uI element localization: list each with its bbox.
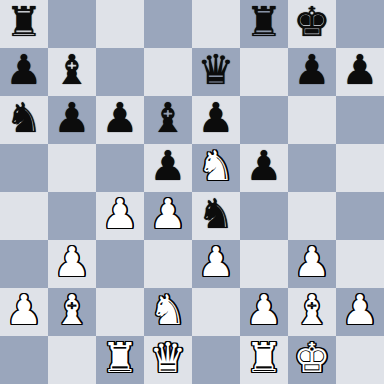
square-e3[interactable]: ♟ (192, 240, 240, 288)
piece-black-pawn: ♟ (246, 142, 283, 190)
piece-white-pawn: ♟ (198, 238, 235, 286)
square-e7[interactable]: ♛ (192, 48, 240, 96)
square-a2[interactable]: ♟ (0, 288, 48, 336)
square-g4[interactable] (288, 192, 336, 240)
square-f6[interactable] (240, 96, 288, 144)
piece-black-pawn: ♟ (198, 94, 235, 142)
square-d2[interactable]: ♞ (144, 288, 192, 336)
square-c4[interactable]: ♟ (96, 192, 144, 240)
piece-white-pawn: ♟ (150, 190, 187, 238)
square-g5[interactable] (288, 144, 336, 192)
piece-black-queen: ♛ (198, 46, 235, 94)
piece-black-rook: ♜ (246, 0, 283, 46)
piece-white-pawn: ♟ (294, 238, 331, 286)
square-e4[interactable]: ♞ (192, 192, 240, 240)
square-c1[interactable]: ♜ (96, 336, 144, 384)
chess-board: ♜♜♚♟♝♛♟♟♞♟♟♝♟♟♞♟♟♟♞♟♟♟♟♝♞♟♝♟♜♛♜♚ (0, 0, 384, 384)
square-e5[interactable]: ♞ (192, 144, 240, 192)
piece-black-rook: ♜ (6, 0, 43, 46)
square-f7[interactable] (240, 48, 288, 96)
square-c6[interactable]: ♟ (96, 96, 144, 144)
square-f2[interactable]: ♟ (240, 288, 288, 336)
square-a5[interactable] (0, 144, 48, 192)
square-h5[interactable] (336, 144, 384, 192)
square-g3[interactable]: ♟ (288, 240, 336, 288)
square-b6[interactable]: ♟ (48, 96, 96, 144)
square-c8[interactable] (96, 0, 144, 48)
piece-black-pawn: ♟ (6, 46, 43, 94)
piece-black-pawn: ♟ (342, 46, 379, 94)
piece-black-knight: ♞ (198, 190, 235, 238)
square-e8[interactable] (192, 0, 240, 48)
piece-white-pawn: ♟ (54, 238, 91, 286)
square-f3[interactable] (240, 240, 288, 288)
square-h4[interactable] (336, 192, 384, 240)
piece-white-queen: ♛ (150, 334, 187, 382)
piece-white-pawn: ♟ (102, 190, 139, 238)
square-d4[interactable]: ♟ (144, 192, 192, 240)
square-d7[interactable] (144, 48, 192, 96)
square-f1[interactable]: ♜ (240, 336, 288, 384)
piece-white-pawn: ♟ (6, 286, 43, 334)
piece-white-rook: ♜ (246, 334, 283, 382)
square-d1[interactable]: ♛ (144, 336, 192, 384)
square-b3[interactable]: ♟ (48, 240, 96, 288)
square-g2[interactable]: ♝ (288, 288, 336, 336)
square-g6[interactable] (288, 96, 336, 144)
piece-white-pawn: ♟ (342, 286, 379, 334)
square-b4[interactable] (48, 192, 96, 240)
piece-white-knight: ♞ (150, 286, 187, 334)
square-c3[interactable] (96, 240, 144, 288)
square-e6[interactable]: ♟ (192, 96, 240, 144)
piece-black-pawn: ♟ (102, 94, 139, 142)
piece-white-king: ♚ (294, 334, 331, 382)
piece-white-bishop: ♝ (294, 286, 331, 334)
square-b2[interactable]: ♝ (48, 288, 96, 336)
square-a3[interactable] (0, 240, 48, 288)
square-c7[interactable] (96, 48, 144, 96)
square-d6[interactable]: ♝ (144, 96, 192, 144)
square-d8[interactable] (144, 0, 192, 48)
square-h7[interactable]: ♟ (336, 48, 384, 96)
square-d3[interactable] (144, 240, 192, 288)
square-a1[interactable] (0, 336, 48, 384)
square-h1[interactable] (336, 336, 384, 384)
piece-white-rook: ♜ (102, 334, 139, 382)
piece-black-king: ♚ (294, 0, 331, 46)
square-a4[interactable] (0, 192, 48, 240)
square-h6[interactable] (336, 96, 384, 144)
piece-white-knight: ♞ (198, 142, 235, 190)
square-a6[interactable]: ♞ (0, 96, 48, 144)
square-h3[interactable] (336, 240, 384, 288)
square-c2[interactable] (96, 288, 144, 336)
piece-white-bishop: ♝ (54, 286, 91, 334)
piece-black-bishop: ♝ (54, 46, 91, 94)
square-e1[interactable] (192, 336, 240, 384)
piece-black-pawn: ♟ (54, 94, 91, 142)
piece-white-pawn: ♟ (246, 286, 283, 334)
square-b8[interactable] (48, 0, 96, 48)
square-g1[interactable]: ♚ (288, 336, 336, 384)
square-f4[interactable] (240, 192, 288, 240)
square-e2[interactable] (192, 288, 240, 336)
square-a7[interactable]: ♟ (0, 48, 48, 96)
piece-black-pawn: ♟ (294, 46, 331, 94)
square-a8[interactable]: ♜ (0, 0, 48, 48)
square-g7[interactable]: ♟ (288, 48, 336, 96)
piece-black-pawn: ♟ (150, 142, 187, 190)
square-b7[interactable]: ♝ (48, 48, 96, 96)
square-f5[interactable]: ♟ (240, 144, 288, 192)
square-c5[interactable] (96, 144, 144, 192)
square-g8[interactable]: ♚ (288, 0, 336, 48)
square-b5[interactable] (48, 144, 96, 192)
piece-black-knight: ♞ (6, 94, 43, 142)
square-f8[interactable]: ♜ (240, 0, 288, 48)
square-h8[interactable] (336, 0, 384, 48)
square-b1[interactable] (48, 336, 96, 384)
square-h2[interactable]: ♟ (336, 288, 384, 336)
square-d5[interactable]: ♟ (144, 144, 192, 192)
piece-black-bishop: ♝ (150, 94, 187, 142)
